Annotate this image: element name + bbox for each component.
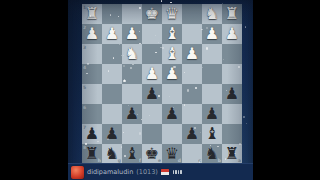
white-rook: ♜ — [222, 4, 242, 24]
square-e7[interactable] — [142, 124, 162, 144]
square-d4[interactable]: ♟ — [162, 64, 182, 84]
letterbox-stage: 1♜♚♛♞♜2♟♟♟♝♟♟3♞♝♟4♟♟5♟♟6♟♟♟7♟♟♟♝8h♜g♞f♝e… — [0, 0, 320, 180]
square-h5[interactable]: 5 — [82, 84, 102, 104]
square-g3[interactable] — [102, 44, 122, 64]
square-c7[interactable]: ♟ — [182, 124, 202, 144]
chess-board: 1♜♚♛♞♜2♟♟♟♝♟♟3♞♝♟4♟♟5♟♟6♟♟♟7♟♟♟♝8h♜g♞f♝e… — [82, 4, 242, 164]
rank-label-6: 6 — [83, 105, 86, 110]
square-g2[interactable]: ♟ — [102, 24, 122, 44]
square-d6[interactable]: ♟ — [162, 104, 182, 124]
rank-label-8: 8 — [83, 145, 86, 150]
square-b7[interactable]: ♝ — [202, 124, 222, 144]
square-b4[interactable] — [202, 64, 222, 84]
square-f8[interactable]: f♝ — [122, 144, 142, 164]
black-pawn: ♟ — [142, 84, 162, 104]
black-bishop: ♝ — [202, 124, 222, 144]
square-f6[interactable]: ♟ — [122, 104, 142, 124]
square-c3[interactable]: ♟ — [182, 44, 202, 64]
square-a5[interactable]: ♟ — [222, 84, 242, 104]
white-pawn: ♟ — [102, 24, 122, 44]
square-h4[interactable]: 4 — [82, 64, 102, 84]
square-a2[interactable]: ♟ — [222, 24, 242, 44]
square-e8[interactable]: e♚ — [142, 144, 162, 164]
rank-label-3: 3 — [83, 45, 86, 50]
square-a8[interactable]: a♜ — [222, 144, 242, 164]
player-bar: didipamaludin (1013) — [68, 163, 253, 180]
white-bishop: ♝ — [162, 44, 182, 64]
square-b8[interactable]: b♞ — [202, 144, 222, 164]
white-king: ♚ — [142, 4, 162, 24]
snow-flake — [245, 26, 246, 27]
square-c4[interactable] — [182, 64, 202, 84]
rank-label-4: 4 — [83, 65, 86, 70]
square-h8[interactable]: 8h♜ — [82, 144, 102, 164]
square-g5[interactable] — [102, 84, 122, 104]
square-e5[interactable]: ♟ — [142, 84, 162, 104]
player-rating: (1013) — [136, 168, 158, 176]
white-bishop: ♝ — [162, 24, 182, 44]
square-a3[interactable] — [222, 44, 242, 64]
square-a1[interactable]: ♜ — [222, 4, 242, 24]
square-g6[interactable] — [102, 104, 122, 124]
square-c5[interactable] — [182, 84, 202, 104]
black-pawn: ♟ — [202, 104, 222, 124]
square-h6[interactable]: 6 — [82, 104, 102, 124]
square-e6[interactable] — [142, 104, 162, 124]
rank-label-1: 1 — [83, 5, 86, 10]
square-c2[interactable] — [182, 24, 202, 44]
white-pawn: ♟ — [142, 64, 162, 84]
black-pawn: ♟ — [122, 104, 142, 124]
square-b6[interactable]: ♟ — [202, 104, 222, 124]
square-b3[interactable] — [202, 44, 222, 64]
white-pawn: ♟ — [122, 24, 142, 44]
square-e1[interactable]: ♚ — [142, 4, 162, 24]
square-d2[interactable]: ♝ — [162, 24, 182, 44]
square-d1[interactable]: ♛ — [162, 4, 182, 24]
white-queen: ♛ — [162, 4, 182, 24]
square-f1[interactable] — [122, 4, 142, 24]
square-g8[interactable]: g♞ — [102, 144, 122, 164]
black-pawn: ♟ — [162, 104, 182, 124]
square-h2[interactable]: 2♟ — [82, 24, 102, 44]
square-f5[interactable] — [122, 84, 142, 104]
white-pawn: ♟ — [202, 24, 222, 44]
chess-app-screen: 1♜♚♛♞♜2♟♟♟♝♟♟3♞♝♟4♟♟5♟♟6♟♟♟7♟♟♟♝8h♜g♞f♝e… — [68, 0, 253, 180]
snow-flake — [170, 2, 172, 4]
square-b2[interactable]: ♟ — [202, 24, 222, 44]
black-pawn: ♟ — [182, 124, 202, 144]
square-d5[interactable] — [162, 84, 182, 104]
square-e3[interactable] — [142, 44, 162, 64]
square-d8[interactable]: d♛ — [162, 144, 182, 164]
square-f3[interactable]: ♞ — [122, 44, 142, 64]
snow-flake — [161, 0, 162, 1]
square-f4[interactable] — [122, 64, 142, 84]
square-h7[interactable]: 7♟ — [82, 124, 102, 144]
square-a7[interactable] — [222, 124, 242, 144]
square-b5[interactable] — [202, 84, 222, 104]
square-c8[interactable]: c — [182, 144, 202, 164]
white-knight: ♞ — [202, 4, 222, 24]
square-f7[interactable] — [122, 124, 142, 144]
square-g1[interactable] — [102, 4, 122, 24]
square-g4[interactable] — [102, 64, 122, 84]
black-pawn: ♟ — [222, 84, 242, 104]
snow-flake — [246, 123, 247, 124]
indonesia-flag-icon — [161, 169, 169, 175]
square-a4[interactable] — [222, 64, 242, 84]
white-pawn: ♟ — [182, 44, 202, 64]
square-a6[interactable] — [222, 104, 242, 124]
square-h1[interactable]: 1♜ — [82, 4, 102, 24]
black-pawn: ♟ — [102, 124, 122, 144]
rank-label-2: 2 — [83, 25, 86, 30]
player-name: didipamaludin — [87, 168, 133, 176]
square-c1[interactable] — [182, 4, 202, 24]
captured-pieces-indicator — [173, 170, 182, 175]
square-h3[interactable]: 3 — [82, 44, 102, 64]
square-b1[interactable]: ♞ — [202, 4, 222, 24]
square-e2[interactable] — [142, 24, 162, 44]
white-pawn: ♟ — [162, 64, 182, 84]
square-d3[interactable]: ♝ — [162, 44, 182, 64]
white-knight: ♞ — [122, 44, 142, 64]
square-d7[interactable] — [162, 124, 182, 144]
square-c6[interactable] — [182, 104, 202, 124]
square-g7[interactable]: ♟ — [102, 124, 122, 144]
square-f2[interactable]: ♟ — [122, 24, 142, 44]
square-e4[interactable]: ♟ — [142, 64, 162, 84]
rank-label-7: 7 — [83, 125, 86, 130]
white-pawn: ♟ — [222, 24, 242, 44]
player-avatar[interactable] — [71, 166, 84, 179]
rank-label-5: 5 — [83, 85, 86, 90]
snow-flake — [243, 116, 245, 118]
